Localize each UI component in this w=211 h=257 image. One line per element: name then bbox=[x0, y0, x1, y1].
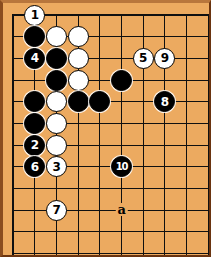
stone-label: 10 bbox=[116, 162, 128, 172]
stone-white-5[interactable]: 5 bbox=[133, 48, 154, 69]
stone-black[interactable] bbox=[46, 70, 67, 91]
grid-hline bbox=[12, 231, 209, 232]
stone-black[interactable] bbox=[68, 91, 89, 112]
stone-white[interactable] bbox=[46, 135, 67, 156]
stone-label: 6 bbox=[31, 161, 39, 173]
stone-black[interactable] bbox=[46, 48, 67, 69]
stone-white[interactable] bbox=[46, 113, 67, 134]
grid-vline bbox=[121, 14, 122, 255]
stone-label: 7 bbox=[52, 204, 60, 216]
stone-label: 8 bbox=[161, 96, 169, 108]
grid-hline bbox=[12, 210, 209, 211]
stone-label: 4 bbox=[31, 52, 39, 64]
stone-label: 5 bbox=[139, 52, 147, 64]
stone-white[interactable] bbox=[68, 70, 89, 91]
stone-label: 1 bbox=[31, 9, 39, 21]
grid-vline bbox=[99, 14, 100, 255]
grid-vline bbox=[186, 14, 187, 255]
stone-white[interactable] bbox=[68, 48, 89, 69]
stone-black-2[interactable]: 2 bbox=[24, 135, 45, 156]
point-label-a[interactable]: a bbox=[115, 203, 127, 216]
stone-label: 3 bbox=[52, 161, 60, 173]
stone-white-7[interactable]: 7 bbox=[46, 200, 67, 221]
stone-label: 9 bbox=[161, 52, 169, 64]
grid-vline bbox=[208, 14, 209, 255]
stone-white-1[interactable]: 1 bbox=[24, 5, 45, 26]
stone-white[interactable] bbox=[68, 26, 89, 47]
go-board: 14598263107a bbox=[0, 0, 211, 257]
stone-label: 2 bbox=[31, 139, 39, 151]
stone-black[interactable] bbox=[111, 70, 132, 91]
grid-hline bbox=[12, 188, 209, 189]
grid-vline bbox=[12, 14, 14, 255]
grid-hline bbox=[12, 253, 209, 254]
